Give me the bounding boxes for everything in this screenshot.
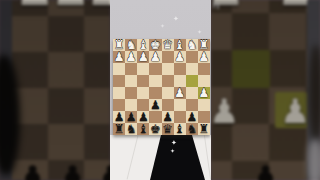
- square-f5: [137, 87, 149, 99]
- square-h8: ♜: [113, 123, 125, 135]
- right-panel-darken-overlay: [211, 0, 320, 180]
- square-g8: ♞: [125, 123, 137, 135]
- white-pawn: ♟: [150, 51, 161, 63]
- sparkle-icon: ✦: [197, 29, 202, 35]
- white-pawn: ♟: [126, 51, 137, 63]
- background-blur-right: ♟ ♟ ♟ ♟ ♟: [211, 0, 320, 180]
- black-rook: ♜: [199, 123, 210, 135]
- square-d3: [162, 63, 174, 75]
- square-h5: [113, 87, 125, 99]
- black-knight: ♞: [186, 123, 197, 135]
- left-panel-darken-overlay: [0, 0, 110, 180]
- square-e6: ♟: [149, 99, 161, 111]
- square-h4: [113, 75, 125, 87]
- floor-grid-line: [127, 136, 139, 180]
- square-b5: [186, 87, 198, 99]
- white-pawn: ♟: [138, 51, 149, 63]
- square-g2: ♟: [125, 51, 137, 63]
- square-b4: [186, 75, 198, 87]
- square-c8: ♝: [174, 123, 186, 135]
- white-pawn: ♟: [114, 51, 125, 63]
- square-h2: ♟: [113, 51, 125, 63]
- black-king: ♚: [150, 123, 161, 135]
- square-d2: [162, 51, 174, 63]
- black-bishop: ♝: [138, 123, 149, 135]
- white-pawn: ♟: [199, 51, 210, 63]
- square-a3: [198, 63, 210, 75]
- square-a8: ♜: [198, 123, 210, 135]
- square-b3: [186, 63, 198, 75]
- square-e8: ♚: [149, 123, 161, 135]
- white-knight: ♞: [186, 39, 197, 51]
- floor-black-stripe: [110, 135, 211, 180]
- square-g3: [125, 63, 137, 75]
- background-blur-right-content: ♟ ♟ ♟ ♟ ♟: [211, 0, 320, 180]
- square-d4: [162, 75, 174, 87]
- video-strip[interactable]: ♜♞♝♚♛♝♞♜♟♟♟♟♟♟♟♟♟♟♟♟♟♟♜♞♝♚♛♝♞♜ ✦ ✦ ✦ ✦ ✦: [110, 0, 211, 180]
- square-d5: [162, 87, 174, 99]
- square-a2: ♟: [198, 51, 210, 63]
- black-queen: ♛: [162, 123, 173, 135]
- square-f3: [137, 63, 149, 75]
- square-b2: [186, 51, 198, 63]
- square-c6: [174, 99, 186, 111]
- square-b1: ♞: [186, 39, 198, 51]
- black-knight: ♞: [126, 123, 137, 135]
- square-f8: ♝: [137, 123, 149, 135]
- square-g4: [125, 75, 137, 87]
- white-pawn: ♟: [199, 87, 210, 99]
- floor-grid-line: [204, 135, 211, 180]
- background-blur-left: ♟ ♟ ♟ ♟ ♟ ♟: [0, 0, 110, 180]
- square-b8: ♞: [186, 123, 198, 135]
- square-d8: ♛: [162, 123, 174, 135]
- video-frame-canvas: ♟ ♟ ♟ ♟ ♟ ♟ ♟ ♟ ♟ ♟ ♟: [0, 0, 320, 180]
- square-c3: [174, 63, 186, 75]
- background-blur-left-content: ♟ ♟ ♟ ♟ ♟ ♟: [0, 0, 110, 180]
- square-h3: [113, 63, 125, 75]
- square-e3: [149, 63, 161, 75]
- sparkle-icon: ✦: [173, 16, 179, 23]
- square-f4: [137, 75, 149, 87]
- square-g5: [125, 87, 137, 99]
- white-queen: ♛: [162, 39, 173, 51]
- square-e4: [149, 75, 161, 87]
- square-a6: [198, 99, 210, 111]
- square-c2: ♟: [174, 51, 186, 63]
- perspective-floor: [110, 135, 211, 180]
- white-pawn: ♟: [174, 87, 185, 99]
- black-pawn: ♟: [150, 99, 161, 111]
- square-d1: ♛: [162, 39, 174, 51]
- black-rook: ♜: [114, 123, 125, 135]
- square-e2: ♟: [149, 51, 161, 63]
- black-bishop: ♝: [174, 123, 185, 135]
- square-f2: ♟: [137, 51, 149, 63]
- white-pawn: ♟: [174, 51, 185, 63]
- sparkle-icon: ✦: [160, 23, 165, 29]
- square-a5: ♟: [198, 87, 210, 99]
- chess-board: ♜♞♝♚♛♝♞♜♟♟♟♟♟♟♟♟♟♟♟♟♟♟♜♞♝♚♛♝♞♜: [113, 39, 210, 135]
- square-c5: ♟: [174, 87, 186, 99]
